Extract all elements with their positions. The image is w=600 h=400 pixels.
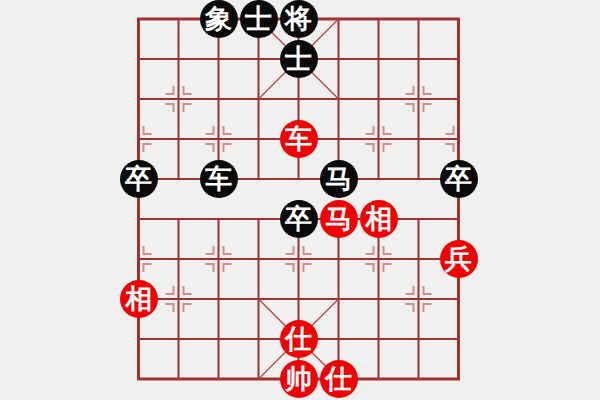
intersection-c1r4: 卒 [119, 159, 159, 199]
piece-red-advisor[interactable]: 仕 [320, 360, 358, 398]
intersection-c8r0 [399, 0, 439, 39]
intersection-c8r6 [399, 239, 439, 279]
intersection-c3r0: 象 [199, 0, 239, 39]
intersection-c9r8 [439, 319, 479, 359]
intersection-c2r2 [159, 79, 199, 119]
intersection-c8r2 [399, 79, 439, 119]
intersection-c8r7 [399, 279, 439, 319]
piece-red-general[interactable]: 帅 [280, 360, 318, 398]
intersection-c6r2 [319, 79, 359, 119]
piece-red-elephant[interactable]: 相 [360, 200, 398, 238]
intersection-c6r4: 马 [319, 159, 359, 199]
intersection-c5r4 [279, 159, 319, 199]
intersection-c8r8 [399, 319, 439, 359]
intersection-c4r0: 士 [239, 0, 279, 39]
intersection-c5r6 [279, 239, 319, 279]
intersection-c4r3 [239, 119, 279, 159]
intersection-c7r7 [359, 279, 399, 319]
intersection-c7r2 [359, 79, 399, 119]
intersection-c4r2 [239, 79, 279, 119]
intersection-c7r4 [359, 159, 399, 199]
intersection-c5r2 [279, 79, 319, 119]
piece-black-soldier[interactable]: 卒 [440, 160, 478, 198]
intersection-c3r3 [199, 119, 239, 159]
intersection-c1r1 [119, 39, 159, 79]
intersection-c1r9 [119, 359, 159, 399]
piece-black-soldier[interactable]: 卒 [120, 160, 158, 198]
intersection-c8r9 [399, 359, 439, 399]
intersection-c5r5: 卒 [279, 199, 319, 239]
intersection-c6r3 [319, 119, 359, 159]
piece-red-elephant[interactable]: 相 [120, 280, 158, 318]
intersection-c6r0 [319, 0, 359, 39]
xiangqi-board: 象士将士车卒车马卒卒马相兵相仕帅仕 [0, 0, 600, 400]
intersection-c2r9 [159, 359, 199, 399]
intersection-c3r2 [199, 79, 239, 119]
intersection-c8r5 [399, 199, 439, 239]
board-grid: 象士将士车卒车马卒卒马相兵相仕帅仕 [119, 0, 479, 399]
intersection-c3r6 [199, 239, 239, 279]
intersection-c6r6 [319, 239, 359, 279]
intersection-c9r6: 兵 [439, 239, 479, 279]
piece-red-chariot[interactable]: 车 [280, 120, 318, 158]
intersection-c3r8 [199, 319, 239, 359]
intersection-c5r3: 车 [279, 119, 319, 159]
intersection-c5r9: 帅 [279, 359, 319, 399]
intersection-c5r1: 士 [279, 39, 319, 79]
intersection-c9r0 [439, 0, 479, 39]
intersection-c2r0 [159, 0, 199, 39]
intersection-c7r1 [359, 39, 399, 79]
intersection-c9r9 [439, 359, 479, 399]
intersection-c8r1 [399, 39, 439, 79]
intersection-c2r4 [159, 159, 199, 199]
intersection-c2r3 [159, 119, 199, 159]
piece-black-elephant[interactable]: 象 [200, 0, 238, 38]
intersection-c6r9: 仕 [319, 359, 359, 399]
intersection-c2r6 [159, 239, 199, 279]
intersection-c2r1 [159, 39, 199, 79]
intersection-c9r1 [439, 39, 479, 79]
intersection-c9r5 [439, 199, 479, 239]
intersection-c3r9 [199, 359, 239, 399]
intersection-c4r4 [239, 159, 279, 199]
intersection-c1r3 [119, 119, 159, 159]
intersection-c2r5 [159, 199, 199, 239]
intersection-c2r7 [159, 279, 199, 319]
intersection-c5r0: 将 [279, 0, 319, 39]
intersection-c1r6 [119, 239, 159, 279]
piece-black-advisor[interactable]: 士 [280, 40, 318, 78]
piece-red-horse[interactable]: 马 [320, 200, 358, 238]
intersection-c5r8: 仕 [279, 319, 319, 359]
intersection-c1r5 [119, 199, 159, 239]
intersection-c1r0 [119, 0, 159, 39]
intersection-c7r9 [359, 359, 399, 399]
intersection-c7r3 [359, 119, 399, 159]
intersection-c9r3 [439, 119, 479, 159]
intersection-c2r8 [159, 319, 199, 359]
piece-black-soldier[interactable]: 卒 [280, 200, 318, 238]
intersection-c8r3 [399, 119, 439, 159]
intersection-c3r4: 车 [199, 159, 239, 199]
piece-black-horse[interactable]: 马 [320, 160, 358, 198]
piece-black-advisor[interactable]: 士 [240, 0, 278, 38]
intersection-c7r5: 相 [359, 199, 399, 239]
piece-black-chariot[interactable]: 车 [200, 160, 238, 198]
intersection-c4r5 [239, 199, 279, 239]
piece-red-soldier[interactable]: 兵 [440, 240, 478, 278]
intersection-c4r8 [239, 319, 279, 359]
intersection-c3r5 [199, 199, 239, 239]
intersection-c9r2 [439, 79, 479, 119]
intersection-c9r4: 卒 [439, 159, 479, 199]
intersection-c5r7 [279, 279, 319, 319]
intersection-c6r1 [319, 39, 359, 79]
intersection-c1r8 [119, 319, 159, 359]
intersection-c6r8 [319, 319, 359, 359]
intersection-c3r1 [199, 39, 239, 79]
intersection-c1r2 [119, 79, 159, 119]
intersection-c4r6 [239, 239, 279, 279]
intersection-c4r7 [239, 279, 279, 319]
intersection-c6r5: 马 [319, 199, 359, 239]
intersection-c7r0 [359, 0, 399, 39]
intersection-c4r1 [239, 39, 279, 79]
intersection-c1r7: 相 [119, 279, 159, 319]
intersection-c4r9 [239, 359, 279, 399]
piece-black-general[interactable]: 将 [280, 0, 318, 38]
intersection-c3r7 [199, 279, 239, 319]
intersection-c7r6 [359, 239, 399, 279]
intersection-c8r4 [399, 159, 439, 199]
intersection-c9r7 [439, 279, 479, 319]
piece-red-advisor[interactable]: 仕 [280, 320, 318, 358]
intersection-c7r8 [359, 319, 399, 359]
intersection-c6r7 [319, 279, 359, 319]
